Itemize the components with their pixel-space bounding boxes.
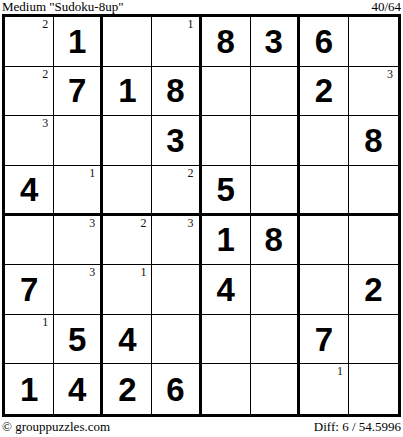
cell-r8c7[interactable]: 1 bbox=[300, 364, 349, 414]
cell-value: 1 bbox=[216, 223, 234, 256]
cell-r8c8[interactable] bbox=[349, 364, 398, 414]
cell-r2c3[interactable]: 1 bbox=[103, 67, 152, 117]
cell-value: 8 bbox=[364, 124, 382, 157]
pencil-mark: 1 bbox=[140, 266, 146, 279]
cell-r8c2[interactable]: 4 bbox=[54, 364, 103, 414]
cell-r3c5[interactable] bbox=[202, 116, 251, 166]
cell-r1c4[interactable]: 1 bbox=[152, 17, 201, 67]
cell-value: 8 bbox=[216, 25, 234, 58]
cell-r1c1[interactable]: 2 bbox=[5, 17, 54, 67]
footer: © grouppuzzles.com Diff: 6 / 54.5996 bbox=[2, 417, 401, 437]
header: Medium "Sudoku-8up" 40/64 bbox=[2, 0, 401, 14]
cell-r6c8[interactable]: 2 bbox=[349, 265, 398, 315]
cell-r6c5[interactable]: 4 bbox=[202, 265, 251, 315]
cell-r2c5[interactable] bbox=[202, 67, 251, 117]
cell-r2c8[interactable]: 3 bbox=[349, 67, 398, 117]
cell-r1c8[interactable] bbox=[349, 17, 398, 67]
cell-r5c7[interactable] bbox=[300, 216, 349, 266]
cell-value: 2 bbox=[315, 74, 333, 107]
cell-value: 8 bbox=[265, 223, 283, 256]
pencil-mark: 3 bbox=[42, 117, 48, 130]
cell-r4c1[interactable]: 4 bbox=[5, 166, 54, 216]
cell-r6c2[interactable]: 3 bbox=[54, 265, 103, 315]
cell-r4c6[interactable] bbox=[251, 166, 300, 216]
cell-r7c2[interactable]: 5 bbox=[54, 315, 103, 365]
cell-r1c3[interactable] bbox=[103, 17, 152, 67]
cell-r3c4[interactable]: 3 bbox=[152, 116, 201, 166]
cell-value: 4 bbox=[118, 323, 136, 356]
cell-r5c5[interactable]: 1 bbox=[202, 216, 251, 266]
cell-r4c3[interactable] bbox=[103, 166, 152, 216]
difficulty-text: Diff: 6 / 54.5996 bbox=[314, 419, 401, 435]
cell-r5c8[interactable] bbox=[349, 216, 398, 266]
cell-r4c8[interactable] bbox=[349, 166, 398, 216]
cell-r1c5[interactable]: 8 bbox=[202, 17, 251, 67]
pencil-mark: 1 bbox=[89, 167, 95, 180]
cell-r5c4[interactable]: 3 bbox=[152, 216, 201, 266]
cell-value: 1 bbox=[118, 74, 136, 107]
pencil-mark: 3 bbox=[89, 266, 95, 279]
cell-r3c6[interactable] bbox=[251, 116, 300, 166]
pencil-mark: 3 bbox=[188, 217, 194, 230]
cell-r6c3[interactable]: 1 bbox=[103, 265, 152, 315]
cell-r8c6[interactable] bbox=[251, 364, 300, 414]
cell-r8c5[interactable] bbox=[202, 364, 251, 414]
cell-value: 1 bbox=[68, 25, 86, 58]
cell-r1c2[interactable]: 1 bbox=[54, 17, 103, 67]
page-title: Medium "Sudoku-8up" bbox=[2, 0, 123, 14]
cell-r7c6[interactable] bbox=[251, 315, 300, 365]
cell-value: 7 bbox=[20, 273, 38, 306]
cell-r8c3[interactable]: 2 bbox=[103, 364, 152, 414]
cell-value: 1 bbox=[20, 373, 38, 406]
cell-r8c4[interactable]: 6 bbox=[152, 364, 201, 414]
cell-value: 4 bbox=[68, 373, 86, 406]
cell-r5c1[interactable] bbox=[5, 216, 54, 266]
cell-r4c4[interactable]: 2 bbox=[152, 166, 201, 216]
cell-r3c2[interactable] bbox=[54, 116, 103, 166]
cell-value: 2 bbox=[118, 373, 136, 406]
cell-value: 6 bbox=[166, 373, 184, 406]
cell-r7c7[interactable]: 7 bbox=[300, 315, 349, 365]
cell-r5c2[interactable]: 3 bbox=[54, 216, 103, 266]
cell-r4c7[interactable] bbox=[300, 166, 349, 216]
cell-r7c3[interactable]: 4 bbox=[103, 315, 152, 365]
cell-r7c5[interactable] bbox=[202, 315, 251, 365]
cell-r4c5[interactable]: 5 bbox=[202, 166, 251, 216]
cell-r2c7[interactable]: 2 bbox=[300, 67, 349, 117]
cell-r5c3[interactable]: 2 bbox=[103, 216, 152, 266]
cell-r1c7[interactable]: 6 bbox=[300, 17, 349, 67]
cell-value: 3 bbox=[265, 25, 283, 58]
cell-r3c3[interactable] bbox=[103, 116, 152, 166]
cell-r8c1[interactable]: 1 bbox=[5, 364, 54, 414]
pencil-mark: 2 bbox=[188, 167, 194, 180]
pencil-mark: 2 bbox=[42, 18, 48, 31]
puzzle-page: Medium "Sudoku-8up" 40/64 21183627182333… bbox=[0, 0, 403, 437]
cell-value: 8 bbox=[166, 74, 184, 107]
cell-r6c7[interactable] bbox=[300, 265, 349, 315]
cell-r3c7[interactable] bbox=[300, 116, 349, 166]
cell-r7c1[interactable]: 1 bbox=[5, 315, 54, 365]
cell-value: 5 bbox=[68, 323, 86, 356]
cell-r2c6[interactable] bbox=[251, 67, 300, 117]
cell-value: 2 bbox=[364, 273, 382, 306]
cell-r6c6[interactable] bbox=[251, 265, 300, 315]
sudoku-grid: 21183627182333841253231873142154714261 bbox=[2, 14, 401, 417]
cell-value: 5 bbox=[216, 173, 234, 206]
cell-r6c4[interactable] bbox=[152, 265, 201, 315]
cell-r3c1[interactable]: 3 bbox=[5, 116, 54, 166]
cell-r2c4[interactable]: 8 bbox=[152, 67, 201, 117]
cell-r4c2[interactable]: 1 bbox=[54, 166, 103, 216]
cell-value: 7 bbox=[315, 323, 333, 356]
pencil-mark: 2 bbox=[140, 217, 146, 230]
cell-r2c1[interactable]: 2 bbox=[5, 67, 54, 117]
cell-r1c6[interactable]: 3 bbox=[251, 17, 300, 67]
cell-r2c2[interactable]: 7 bbox=[54, 67, 103, 117]
copyright-text: © grouppuzzles.com bbox=[2, 419, 110, 435]
cell-value: 4 bbox=[216, 273, 234, 306]
pencil-mark: 2 bbox=[42, 68, 48, 81]
pencil-mark: 3 bbox=[89, 217, 95, 230]
cell-r3c8[interactable]: 8 bbox=[349, 116, 398, 166]
pencil-mark: 1 bbox=[337, 365, 343, 378]
cell-value: 6 bbox=[315, 25, 333, 58]
pencil-mark: 3 bbox=[387, 68, 393, 81]
cell-r7c8[interactable] bbox=[349, 315, 398, 365]
cell-r5c6[interactable]: 8 bbox=[251, 216, 300, 266]
cell-value: 7 bbox=[68, 74, 86, 107]
pencil-mark: 1 bbox=[42, 316, 48, 329]
cell-r7c4[interactable] bbox=[152, 315, 201, 365]
cell-value: 4 bbox=[20, 173, 38, 206]
cell-counter: 40/64 bbox=[371, 0, 401, 14]
cell-value: 3 bbox=[166, 124, 184, 157]
cell-r6c1[interactable]: 7 bbox=[5, 265, 54, 315]
pencil-mark: 1 bbox=[188, 18, 194, 31]
